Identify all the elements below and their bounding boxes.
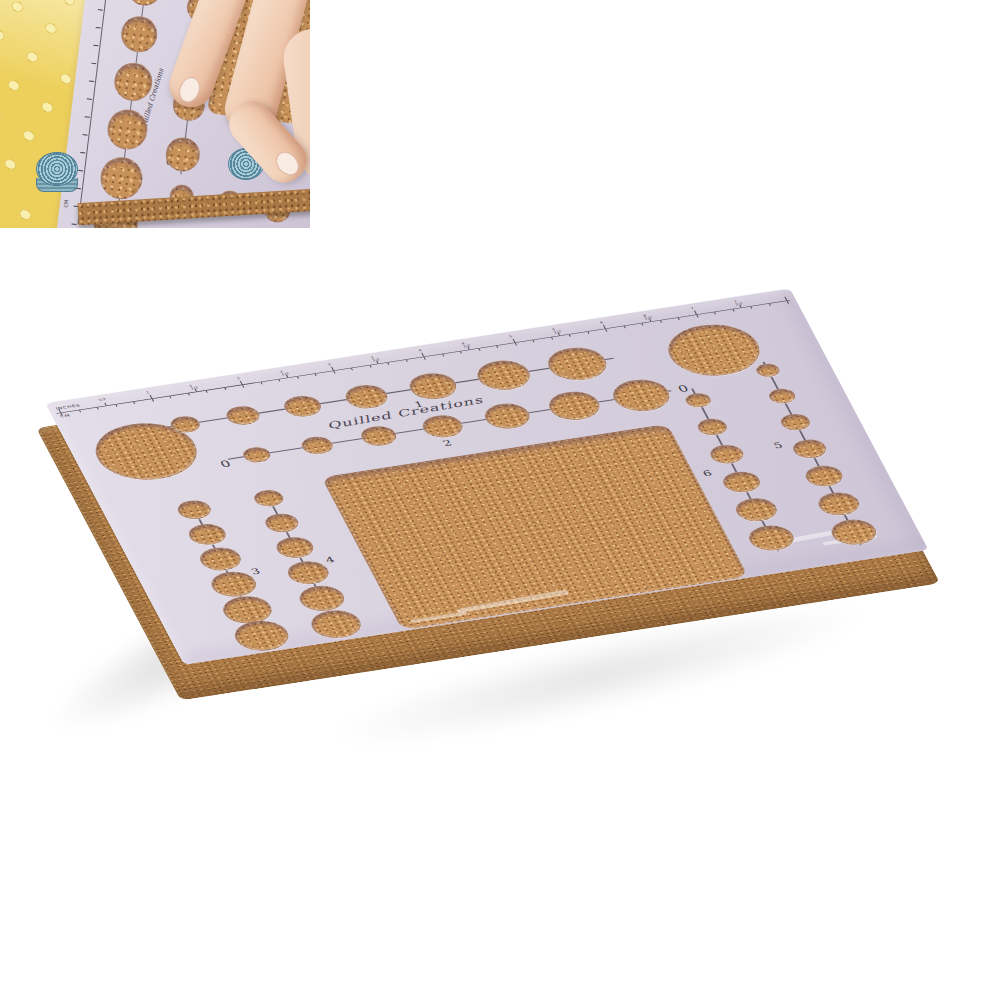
ruler-cm-tick — [206, 391, 208, 393]
circle-hole — [228, 617, 294, 654]
circle-hole — [694, 417, 730, 437]
circle-hole — [719, 469, 765, 494]
circle-hole — [404, 370, 462, 402]
ruler-cm-tick — [79, 410, 81, 412]
ruler-cm-tick — [333, 371, 335, 374]
ruler-cm-tick — [387, 363, 389, 365]
circle-hole — [294, 583, 350, 614]
ruler-cm-tick — [278, 379, 280, 381]
inset-ruler-tick — [71, 223, 76, 225]
circle-hole — [184, 522, 230, 547]
ruler-cm-tick — [133, 402, 135, 404]
inset-ruler-tick — [96, 27, 101, 29]
circle-hole — [731, 496, 782, 524]
circle-hole — [543, 388, 606, 423]
ruler-tick-label: 5 — [509, 335, 513, 338]
circle-hole — [471, 357, 536, 393]
circle-hole — [706, 443, 747, 466]
ruler-cm-tick — [242, 385, 244, 388]
inset-photo: CM Quilled Creations 0 — [0, 0, 310, 228]
ruler-cm-tick — [732, 309, 734, 311]
circle-hole — [765, 387, 798, 405]
ruler-tick-label: 7 1/2 — [733, 300, 743, 306]
product-photo-stage: INCHES CM 1/211 1/222 1/233 1/244 1/255 … — [0, 0, 1000, 1000]
size-label-4: 4 — [324, 555, 336, 564]
ruler-tick-label: 4 — [418, 349, 422, 352]
circle-hole — [240, 445, 274, 464]
ruler-tick-label: 1 1/2 — [189, 384, 199, 390]
ruler-cm-tick — [750, 306, 752, 308]
ruler-cm-tick — [442, 354, 444, 356]
ruler-cm-tick — [478, 348, 480, 350]
ruler-cm-tick — [768, 304, 770, 306]
circle-hole — [801, 463, 847, 488]
ruler-cm-tick — [514, 343, 516, 346]
ruler-cm-tick — [696, 315, 698, 318]
inset-ruler-tick — [78, 170, 83, 172]
ruler-cm-tick — [714, 312, 716, 314]
circle-hole — [298, 435, 337, 456]
fingernail — [271, 147, 303, 180]
size-label-6: 6 — [701, 469, 713, 478]
circle-hole — [789, 437, 830, 460]
ruler-tick-label: 2 — [236, 377, 240, 380]
circle-hole — [261, 512, 302, 535]
ruler-cm-tick — [678, 318, 680, 320]
inset-ruler-tick — [91, 63, 96, 65]
inset-ruler-label: CM — [62, 199, 69, 207]
fingernail — [176, 74, 204, 105]
ruler-tick — [104, 403, 106, 406]
circle-hole — [683, 392, 714, 409]
circle-hole — [222, 404, 263, 427]
circle-hole — [541, 344, 614, 384]
circle-hole — [753, 362, 782, 378]
ruler-tick-label: 6 — [599, 321, 603, 324]
circle-hole — [744, 523, 800, 554]
ruler-cm-tick — [551, 337, 553, 339]
circle-hole — [174, 498, 215, 521]
size-label-0: 0 — [676, 384, 690, 394]
ruler-cm-tick — [169, 396, 171, 398]
inset-ruler-tick — [80, 152, 85, 154]
ruler-cm-tick — [660, 320, 662, 322]
ruler-cm-tick — [460, 351, 462, 353]
ruler-tick-label: 1 — [146, 391, 150, 394]
circle-hole — [606, 376, 676, 415]
circle-hole — [305, 607, 367, 641]
ruler-cm-tick — [496, 346, 498, 348]
inset-ruler-tick — [82, 134, 87, 136]
inset-ruler-tick — [98, 9, 103, 11]
ruler-tick-label: 4 1/2 — [461, 342, 471, 348]
circle-hole — [657, 319, 771, 382]
ruler-cm-tick — [787, 301, 789, 304]
size-label-5: 5 — [772, 441, 784, 450]
inset-ruler-tick — [87, 98, 92, 100]
ruler-cm-tick — [532, 340, 534, 342]
coil-spiral-top — [36, 152, 78, 186]
ruler-tick-label: 1/2 — [98, 398, 107, 402]
ruler-cm-tick — [224, 388, 226, 390]
size-label-2: 2 — [441, 439, 453, 448]
circle-hole — [813, 490, 864, 518]
circle-hole — [777, 412, 813, 432]
ruler-tick-label: 3 — [327, 363, 331, 366]
inset-circle-hole — [126, 0, 164, 8]
ruler-tick-label: 6 1/2 — [643, 314, 653, 320]
ruler-cm-tick — [315, 374, 317, 376]
circle-hole — [357, 424, 401, 448]
inset-circle-hole — [119, 14, 159, 54]
circle-hole — [195, 545, 246, 573]
circle-hole — [479, 401, 535, 432]
ruler-cm-tick — [587, 332, 589, 334]
ruler-cm-tick — [351, 368, 353, 370]
inset-ruler-tick — [93, 45, 98, 47]
ruler-tick-label: 7 — [690, 307, 694, 310]
circle-hole — [417, 412, 467, 439]
ruler-tick-label: 5 1/2 — [552, 328, 562, 334]
ruler-cm-tick — [97, 407, 99, 409]
circle-hole — [283, 559, 334, 587]
ruler-cm-tick — [151, 399, 153, 402]
ruler-cm-tick — [641, 323, 643, 325]
ruler-cm-tick — [424, 357, 426, 360]
circle-hole — [272, 535, 318, 560]
ruler-cm-tick — [605, 329, 607, 332]
inset-circle-hole — [98, 155, 145, 202]
inset-ruler-tick — [85, 116, 90, 118]
ruler-cm-tick — [569, 334, 571, 336]
ruler-cm-tick — [369, 365, 371, 367]
ruler-cm-tick — [260, 382, 262, 384]
circle-hole — [251, 488, 287, 508]
inset-ruler-tick — [89, 80, 94, 82]
ruler-cm-tick — [623, 326, 625, 328]
ruler-cm-tick — [115, 405, 117, 407]
ruler-cm-tick — [405, 360, 407, 362]
circle-hole — [340, 382, 392, 411]
ruler-tick-label: 2 1/2 — [279, 370, 289, 376]
circle-hole — [280, 394, 326, 419]
ruler-cm-tick — [296, 377, 298, 379]
size-label-3: 3 — [249, 567, 261, 576]
size-label-0: 0 — [219, 459, 233, 469]
ruler-tick-label: 3 1/2 — [370, 356, 380, 362]
ruler-cm-tick — [188, 393, 190, 395]
